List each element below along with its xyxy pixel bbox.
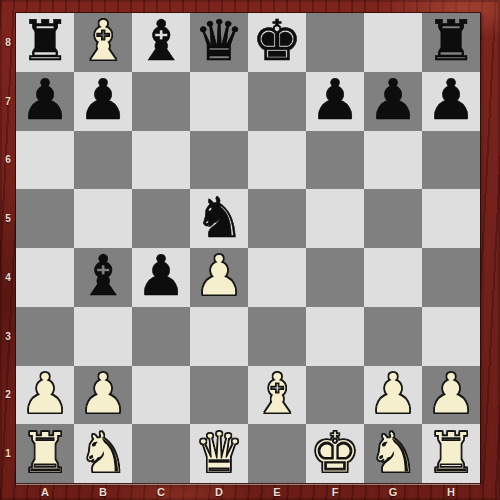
square-e8[interactable]: ♚ (248, 13, 306, 72)
square-f4[interactable] (306, 248, 364, 307)
square-h8[interactable]: ♜ (422, 13, 480, 72)
square-c2[interactable] (132, 366, 190, 425)
board-frame: 87654321 ABCDEFGH ♜♝♝♛♚♜♟♟♟♟♟♞♝♟♟♟♟♝♟♟♜♞… (0, 0, 500, 500)
square-f5[interactable] (306, 189, 364, 248)
square-a1[interactable]: ♜ (16, 424, 74, 483)
square-g7[interactable]: ♟ (364, 72, 422, 131)
white-knight-b1[interactable]: ♞ (78, 425, 128, 481)
square-b1[interactable]: ♞ (74, 424, 132, 483)
square-h2[interactable]: ♟ (422, 366, 480, 425)
black-bishop-c8[interactable]: ♝ (136, 13, 186, 69)
square-g5[interactable] (364, 189, 422, 248)
file-label-a: A (16, 483, 74, 500)
square-g6[interactable] (364, 131, 422, 190)
square-b7[interactable]: ♟ (74, 72, 132, 131)
white-pawn-g2[interactable]: ♟ (368, 366, 418, 422)
white-queen-d1[interactable]: ♛ (194, 425, 244, 481)
black-pawn-f7[interactable]: ♟ (310, 72, 360, 128)
square-d3[interactable] (190, 307, 248, 366)
square-e1[interactable] (248, 424, 306, 483)
square-a5[interactable] (16, 189, 74, 248)
square-c8[interactable]: ♝ (132, 13, 190, 72)
rank-label-7: 7 (0, 72, 16, 131)
square-a7[interactable]: ♟ (16, 72, 74, 131)
white-bishop-b8[interactable]: ♝ (78, 13, 128, 69)
square-b3[interactable] (74, 307, 132, 366)
white-pawn-b2[interactable]: ♟ (78, 366, 128, 422)
square-b5[interactable] (74, 189, 132, 248)
square-b6[interactable] (74, 131, 132, 190)
rank-label-6: 6 (0, 131, 16, 190)
square-b8[interactable]: ♝ (74, 13, 132, 72)
square-a4[interactable] (16, 248, 74, 307)
square-h3[interactable] (422, 307, 480, 366)
square-h7[interactable]: ♟ (422, 72, 480, 131)
square-d7[interactable] (190, 72, 248, 131)
black-pawn-a7[interactable]: ♟ (20, 72, 70, 128)
white-pawn-a2[interactable]: ♟ (20, 366, 70, 422)
file-label-h: H (422, 483, 480, 500)
square-d5[interactable]: ♞ (190, 189, 248, 248)
square-b4[interactable]: ♝ (74, 248, 132, 307)
black-pawn-c4[interactable]: ♟ (136, 248, 186, 304)
square-g2[interactable]: ♟ (364, 366, 422, 425)
square-g1[interactable]: ♞ (364, 424, 422, 483)
rank-label-1: 1 (0, 424, 16, 483)
file-label-f: F (306, 483, 364, 500)
square-e3[interactable] (248, 307, 306, 366)
black-pawn-h7[interactable]: ♟ (426, 72, 476, 128)
square-c5[interactable] (132, 189, 190, 248)
square-h4[interactable] (422, 248, 480, 307)
square-c3[interactable] (132, 307, 190, 366)
file-label-c: C (132, 483, 190, 500)
square-c4[interactable]: ♟ (132, 248, 190, 307)
black-rook-a8[interactable]: ♜ (20, 13, 70, 69)
square-d6[interactable] (190, 131, 248, 190)
square-a2[interactable]: ♟ (16, 366, 74, 425)
file-label-b: B (74, 483, 132, 500)
file-label-d: D (190, 483, 248, 500)
black-pawn-b7[interactable]: ♟ (78, 72, 128, 128)
white-rook-a1[interactable]: ♜ (20, 425, 70, 481)
square-f1[interactable]: ♚ (306, 424, 364, 483)
rank-label-4: 4 (0, 248, 16, 307)
black-pawn-g7[interactable]: ♟ (368, 72, 418, 128)
square-c1[interactable] (132, 424, 190, 483)
square-b2[interactable]: ♟ (74, 366, 132, 425)
square-c6[interactable] (132, 131, 190, 190)
white-bishop-e2[interactable]: ♝ (252, 366, 302, 422)
square-g4[interactable] (364, 248, 422, 307)
black-queen-d8[interactable]: ♛ (194, 13, 244, 69)
square-f7[interactable]: ♟ (306, 72, 364, 131)
white-king-f1[interactable]: ♚ (310, 425, 360, 481)
file-labels: ABCDEFGH (16, 483, 480, 500)
square-f3[interactable] (306, 307, 364, 366)
square-d8[interactable]: ♛ (190, 13, 248, 72)
file-label-g: G (364, 483, 422, 500)
square-f8[interactable] (306, 13, 364, 72)
square-h1[interactable]: ♜ (422, 424, 480, 483)
square-e4[interactable] (248, 248, 306, 307)
square-h5[interactable] (422, 189, 480, 248)
square-h6[interactable] (422, 131, 480, 190)
black-king-e8[interactable]: ♚ (252, 13, 302, 69)
white-rook-h1[interactable]: ♜ (426, 425, 476, 481)
square-a8[interactable]: ♜ (16, 13, 74, 72)
square-e7[interactable] (248, 72, 306, 131)
square-g3[interactable] (364, 307, 422, 366)
chess-board: ♜♝♝♛♚♜♟♟♟♟♟♞♝♟♟♟♟♝♟♟♜♞♛♚♞♜ (16, 13, 480, 483)
square-d2[interactable] (190, 366, 248, 425)
square-f6[interactable] (306, 131, 364, 190)
square-e5[interactable] (248, 189, 306, 248)
white-knight-g1[interactable]: ♞ (368, 425, 418, 481)
white-pawn-h2[interactable]: ♟ (426, 366, 476, 422)
square-d1[interactable]: ♛ (190, 424, 248, 483)
square-e6[interactable] (248, 131, 306, 190)
square-e2[interactable]: ♝ (248, 366, 306, 425)
black-knight-d5[interactable]: ♞ (194, 190, 244, 246)
rank-labels: 87654321 (0, 13, 16, 483)
rank-label-2: 2 (0, 366, 16, 425)
square-c7[interactable] (132, 72, 190, 131)
file-label-e: E (248, 483, 306, 500)
square-f2[interactable] (306, 366, 364, 425)
square-d4[interactable]: ♟ (190, 248, 248, 307)
square-g8[interactable] (364, 13, 422, 72)
black-rook-h8[interactable]: ♜ (426, 13, 476, 69)
square-a3[interactable] (16, 307, 74, 366)
rank-label-5: 5 (0, 189, 16, 248)
white-pawn-d4[interactable]: ♟ (194, 248, 244, 304)
square-a6[interactable] (16, 131, 74, 190)
black-bishop-b4[interactable]: ♝ (78, 248, 128, 304)
rank-label-8: 8 (0, 13, 16, 72)
rank-label-3: 3 (0, 307, 16, 366)
